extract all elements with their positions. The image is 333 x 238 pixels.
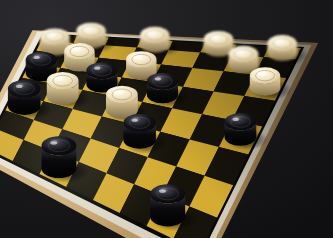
sheen-highlight [114,90,124,95]
piece-top [140,27,170,43]
specular-highlight [33,56,39,59]
piece-top [147,73,178,90]
piece-top [267,35,297,51]
piece-top [123,114,156,132]
piece-top [225,113,257,130]
photo-stage [0,0,333,238]
checkers-board-photo [0,0,333,238]
piece-top [106,86,138,103]
sheen-highlight [211,35,220,39]
sheen-highlight [275,39,284,43]
piece-top [150,184,185,203]
specular-highlight [50,141,57,144]
ivory-piece-h8 [267,35,308,65]
piece-top [204,31,234,47]
specular-highlight [155,77,161,80]
sheen-highlight [54,77,64,82]
sheen-highlight [47,33,56,37]
piece-top [8,80,41,98]
piece-top [76,23,106,39]
piece-top [40,28,70,44]
sheen-highlight [83,27,92,31]
piece-top [47,72,79,89]
sheen-highlight [236,50,245,54]
specular-highlight [16,85,23,88]
piece-top [64,43,94,60]
piece-top [229,46,259,62]
specular-highlight [131,119,138,122]
sheen-highlight [257,72,266,76]
piece-top [42,136,77,155]
specular-highlight [232,118,238,121]
specular-highlight [94,67,100,70]
sheen-highlight [133,55,142,59]
sheen-highlight [72,47,81,51]
sheen-highlight [147,31,156,35]
piece-top [250,67,280,84]
piece-top [126,51,156,68]
piece-top [86,62,117,79]
piece-top [26,51,57,68]
specular-highlight [159,190,166,193]
